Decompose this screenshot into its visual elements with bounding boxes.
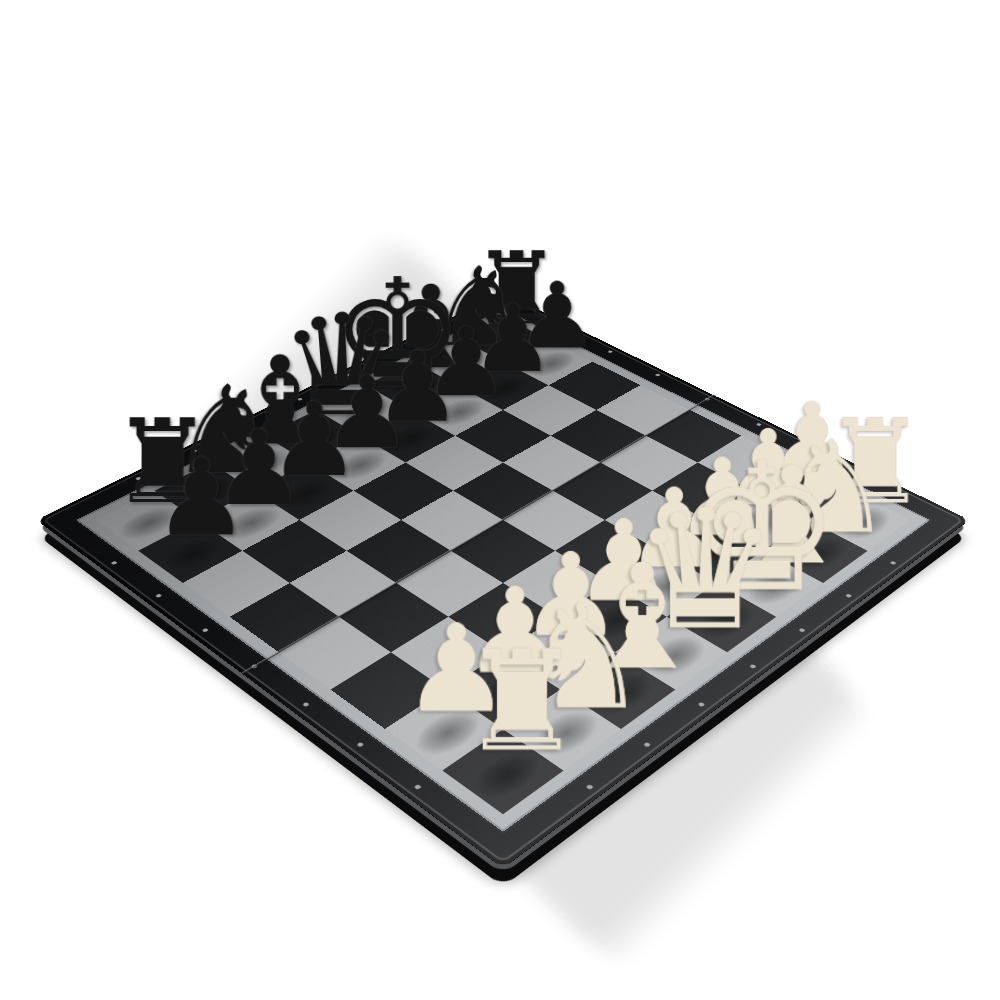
frame-magnet-dot: [134, 477, 141, 481]
frame-magnet-dot: [346, 373, 352, 376]
product-photo-magnetic-chess-set: ♜♞♝♛♚♝♞♜♟♟♟♟♟♟♟♟♟♟♟♟♟♟♟♟♜♞♝♛♚♝♞♜: [0, 0, 1000, 1000]
frame-magnet-dot: [191, 449, 198, 453]
frame-magnet-dot: [585, 784, 594, 790]
frame-magnet-dot: [561, 328, 567, 331]
frame-magnet-dot: [393, 350, 399, 353]
chess-board: ♜♞♝♛♚♝♞♜♟♟♟♟♟♟♟♟♟♟♟♟♟♟♟♟♜♞♝♛♚♝♞♜: [36, 292, 969, 868]
frame-magnet-dot: [201, 628, 209, 633]
frame-magnet-dot: [154, 593, 161, 598]
frame-magnet-dot: [296, 398, 302, 401]
frame-magnet-dot: [809, 449, 816, 453]
frame-magnet-dot: [301, 702, 309, 707]
frame-magnet-dot: [642, 742, 650, 748]
frame-magnet-dot: [748, 664, 756, 669]
board-frame: ♜♞♝♛♚♝♞♜♟♟♟♟♟♟♟♟♟♟♟♟♟♟♟♟♜♞♝♛♚♝♞♜: [36, 292, 969, 868]
frame-magnet-dot: [889, 561, 896, 565]
frame-magnet-dot: [798, 628, 806, 633]
frame-magnet-dot: [244, 423, 251, 427]
frame-magnet-dot: [865, 477, 872, 481]
frame-magnet-dot: [654, 373, 660, 376]
frame-magnet-dot: [413, 784, 422, 790]
frame-magnet-dot: [607, 350, 613, 353]
frame-magnet-dot: [844, 593, 851, 598]
frame-magnet-dot: [355, 742, 363, 748]
frame-magnet-dot: [439, 328, 445, 331]
frame-magnet-dot: [110, 561, 117, 565]
frame-magnet-dot: [697, 702, 705, 707]
perspective-scene: ♜♞♝♛♚♝♞♜♟♟♟♟♟♟♟♟♟♟♟♟♟♟♟♟♜♞♝♛♚♝♞♜: [0, 0, 1000, 1000]
frame-magnet-dot: [755, 423, 762, 427]
